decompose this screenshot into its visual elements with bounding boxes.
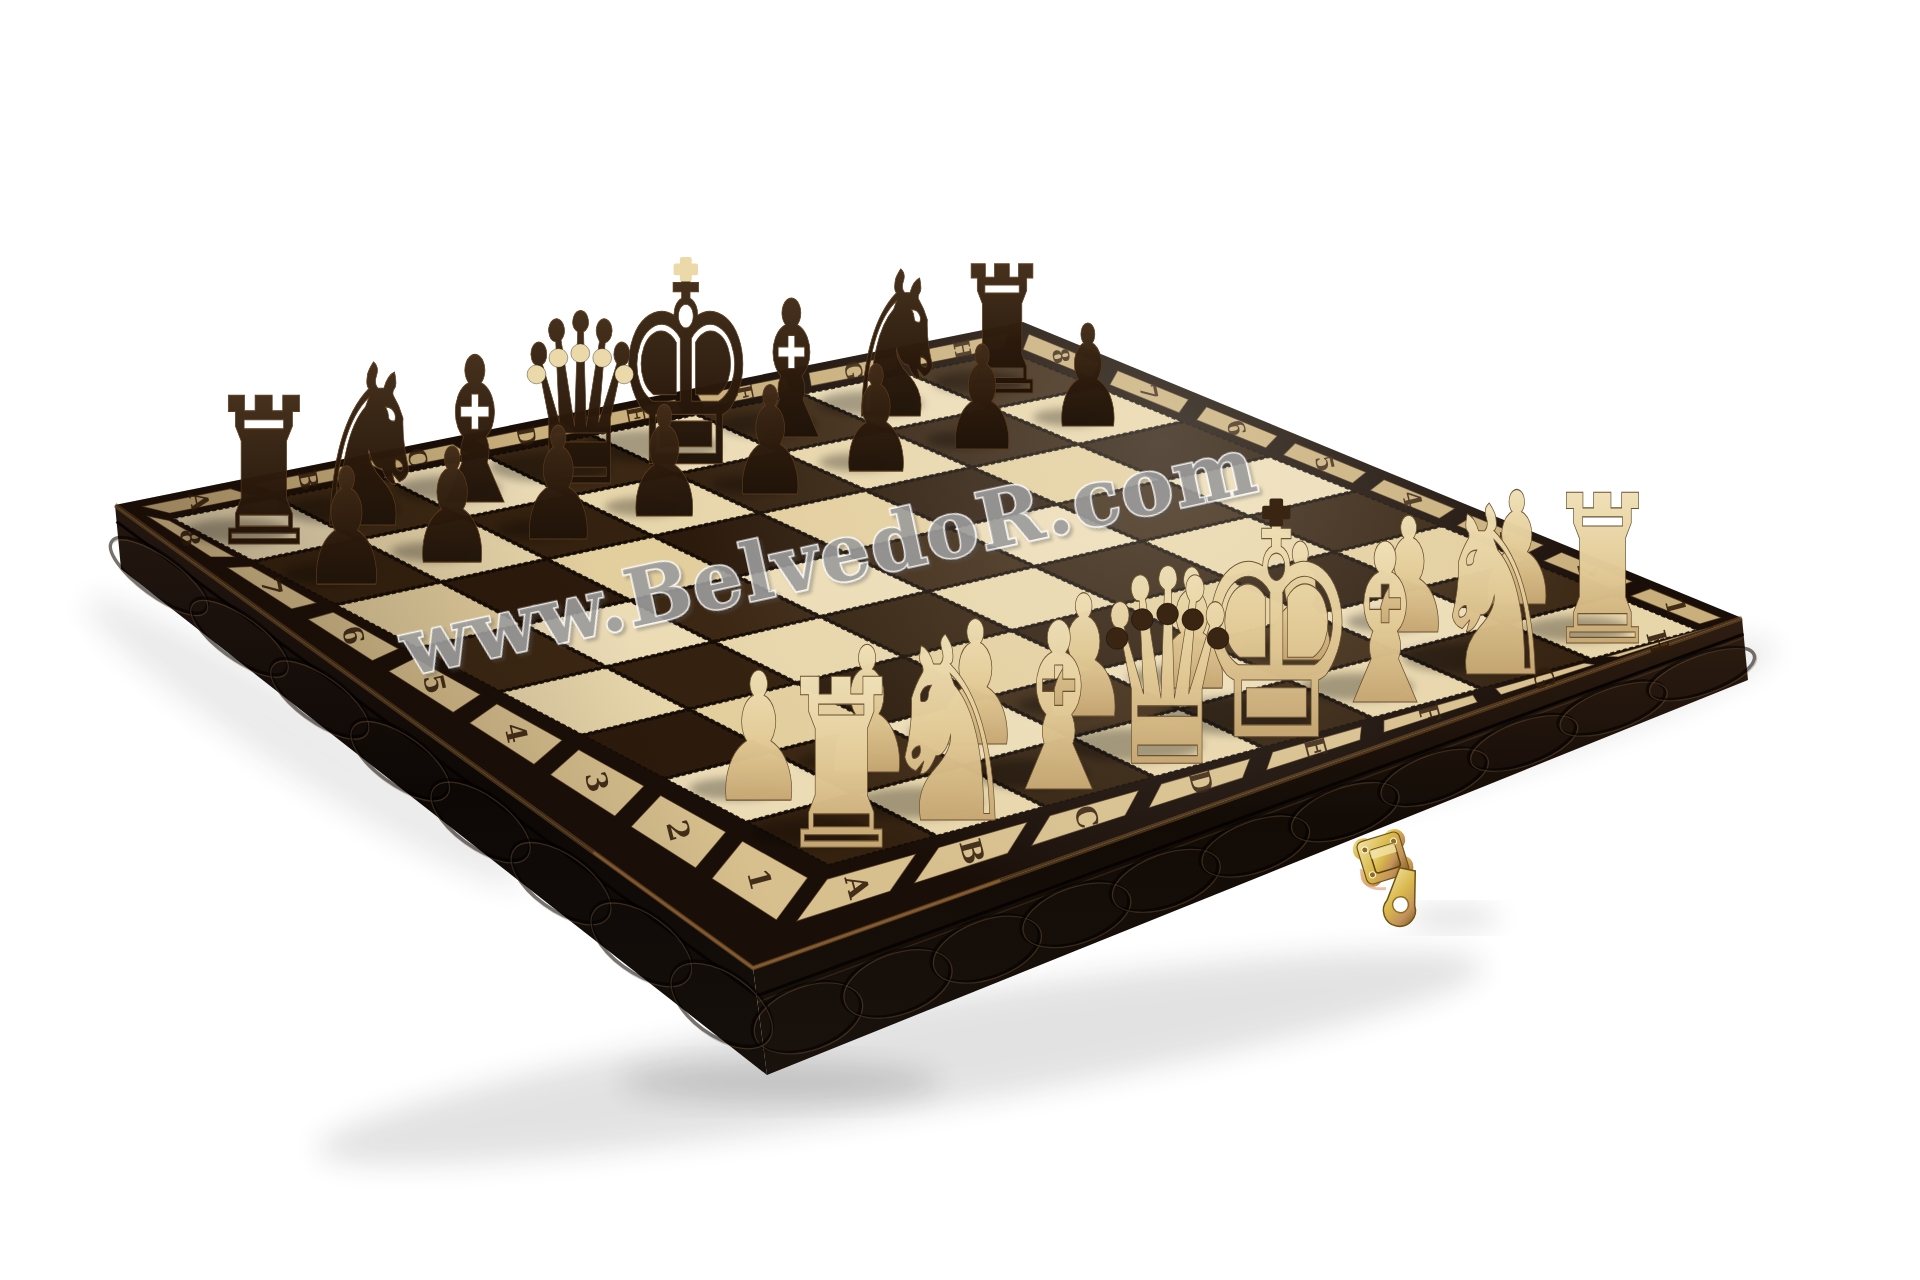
piece-black-pawn-e7: ♟: [729, 354, 812, 528]
piece-black-pawn-c7: ♟: [515, 395, 602, 576]
svg-text:♟: ♟: [408, 414, 496, 599]
svg-text:♟: ♟: [515, 395, 602, 576]
chess-set-photo: ABCDEFGHABCDEFGH1234567812345678 ♜♞♝♚♛♟♝…: [0, 0, 1920, 1280]
piece-black-pawn-b7: ♟: [408, 414, 496, 599]
piece-black-pawn-f7: ♟: [835, 334, 917, 506]
svg-text:♟: ♟: [729, 354, 812, 528]
svg-text:♟: ♟: [622, 375, 707, 553]
svg-text:♜: ♜: [776, 630, 906, 903]
svg-text:♟: ♟: [942, 315, 1022, 482]
svg-text:♞: ♞: [1429, 456, 1559, 729]
piece-black-pawn-a7: ♟: [301, 434, 391, 623]
piece-white-knight-g1: ♞: [1429, 456, 1559, 729]
svg-text:♟: ♟: [301, 434, 391, 623]
photo-stage: ABCDEFGHABCDEFGH1234567812345678 ♜♞♝♚♛♟♝…: [0, 0, 1920, 1280]
svg-text:♟: ♟: [835, 334, 917, 506]
piece-white-rook-h1: ♜: [1545, 450, 1660, 692]
piece-white-rook-a1: ♜: [776, 630, 906, 903]
piece-black-pawn-h7: ♟: [1049, 295, 1127, 460]
svg-text:♜: ♜: [1545, 450, 1660, 692]
piece-black-pawn-g7: ♟: [942, 315, 1022, 482]
piece-black-pawn-d7: ♟: [622, 375, 707, 553]
svg-text:♟: ♟: [1049, 295, 1127, 460]
